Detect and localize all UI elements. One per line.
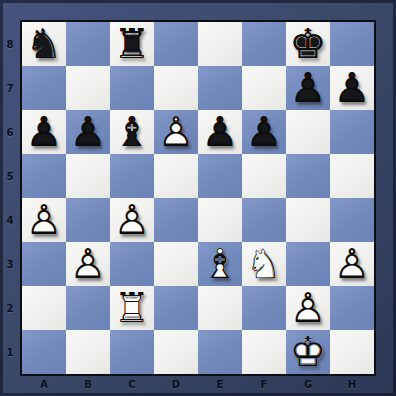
white-pawn-glyph: ♟: [22, 198, 66, 242]
rank-label-5: 5: [0, 154, 20, 198]
black-king-glyph: ♚: [286, 22, 330, 66]
piece-black-pawn-f6[interactable]: ♟♙: [242, 110, 286, 154]
black-king-outline-glyph: ♔: [286, 22, 330, 66]
square-f1[interactable]: [242, 330, 286, 374]
square-a4[interactable]: ♟♙: [22, 198, 66, 242]
black-pawn-outline-glyph: ♙: [66, 110, 110, 154]
square-f4[interactable]: [242, 198, 286, 242]
square-c8[interactable]: ♜♖: [110, 22, 154, 66]
piece-white-rook-c2[interactable]: ♜♖: [110, 286, 154, 330]
square-h8[interactable]: [330, 22, 374, 66]
piece-white-pawn-h3[interactable]: ♟♙: [330, 242, 374, 286]
white-pawn-outline-glyph: ♙: [330, 242, 374, 286]
rank-label-6: 6: [0, 110, 20, 154]
square-f2[interactable]: [242, 286, 286, 330]
square-b8[interactable]: [66, 22, 110, 66]
white-rook-glyph: ♜: [110, 286, 154, 330]
piece-black-pawn-h7[interactable]: ♟♙: [330, 66, 374, 110]
square-d1[interactable]: [154, 330, 198, 374]
rank-label-4: 4: [0, 198, 20, 242]
white-pawn-outline-glyph: ♙: [66, 242, 110, 286]
rank-label-1: 1: [0, 330, 20, 374]
square-g2[interactable]: ♟♙: [286, 286, 330, 330]
square-h2[interactable]: [330, 286, 374, 330]
black-pawn-glyph: ♟: [286, 66, 330, 110]
black-pawn-glyph: ♟: [242, 110, 286, 154]
square-h1[interactable]: [330, 330, 374, 374]
file-label-e: E: [198, 375, 242, 394]
white-bishop-outline-glyph: ♗: [198, 242, 242, 286]
square-e1[interactable]: [198, 330, 242, 374]
file-label-d: D: [154, 375, 198, 394]
square-a3[interactable]: [22, 242, 66, 286]
white-king-glyph: ♚: [286, 330, 330, 374]
square-d3[interactable]: [154, 242, 198, 286]
white-pawn-outline-glyph: ♙: [22, 198, 66, 242]
white-pawn-glyph: ♟: [330, 242, 374, 286]
square-a1[interactable]: [22, 330, 66, 374]
square-e7[interactable]: [198, 66, 242, 110]
piece-black-pawn-e6[interactable]: ♟♙: [198, 110, 242, 154]
square-e2[interactable]: [198, 286, 242, 330]
square-b1[interactable]: [66, 330, 110, 374]
square-g6[interactable]: [286, 110, 330, 154]
black-rook-outline-glyph: ♖: [110, 22, 154, 66]
piece-white-pawn-c4[interactable]: ♟♙: [110, 198, 154, 242]
white-king-outline-glyph: ♔: [286, 330, 330, 374]
square-b4[interactable]: [66, 198, 110, 242]
square-d8[interactable]: [154, 22, 198, 66]
board-frame: ♞♘♜♖♚♔♟♙♟♙♟♙♟♙♝♗♟♙♟♙♟♙♟♙♟♙♟♙♝♗♞♘♟♙♜♖♟♙♚♔…: [0, 0, 396, 396]
square-c2[interactable]: ♜♖: [110, 286, 154, 330]
piece-white-pawn-b3[interactable]: ♟♙: [66, 242, 110, 286]
square-b3[interactable]: ♟♙: [66, 242, 110, 286]
black-bishop-outline-glyph: ♗: [110, 110, 154, 154]
square-c5[interactable]: [110, 154, 154, 198]
square-c7[interactable]: [110, 66, 154, 110]
square-f5[interactable]: [242, 154, 286, 198]
square-e4[interactable]: [198, 198, 242, 242]
black-pawn-glyph: ♟: [22, 110, 66, 154]
white-pawn-glyph: ♟: [110, 198, 154, 242]
file-label-g: G: [286, 375, 330, 394]
square-c1[interactable]: [110, 330, 154, 374]
black-pawn-glyph: ♟: [330, 66, 374, 110]
square-d5[interactable]: [154, 154, 198, 198]
square-h6[interactable]: [330, 110, 374, 154]
square-c4[interactable]: ♟♙: [110, 198, 154, 242]
file-label-h: H: [330, 375, 374, 394]
square-a6[interactable]: ♟♙: [22, 110, 66, 154]
rank-label-7: 7: [0, 66, 20, 110]
white-pawn-outline-glyph: ♙: [286, 286, 330, 330]
piece-black-pawn-a6[interactable]: ♟♙: [22, 110, 66, 154]
piece-white-bishop-e3[interactable]: ♝♗: [198, 242, 242, 286]
black-bishop-glyph: ♝: [110, 110, 154, 154]
square-e5[interactable]: [198, 154, 242, 198]
piece-white-pawn-a4[interactable]: ♟♙: [22, 198, 66, 242]
square-d2[interactable]: [154, 286, 198, 330]
square-b7[interactable]: [66, 66, 110, 110]
piece-white-king-g1[interactable]: ♚♔: [286, 330, 330, 374]
rank-label-3: 3: [0, 242, 20, 286]
square-f6[interactable]: ♟♙: [242, 110, 286, 154]
square-f7[interactable]: [242, 66, 286, 110]
square-g3[interactable]: [286, 242, 330, 286]
square-g1[interactable]: ♚♔: [286, 330, 330, 374]
piece-white-pawn-g2[interactable]: ♟♙: [286, 286, 330, 330]
piece-black-pawn-g7[interactable]: ♟♙: [286, 66, 330, 110]
square-c3[interactable]: [110, 242, 154, 286]
square-f8[interactable]: [242, 22, 286, 66]
square-b2[interactable]: [66, 286, 110, 330]
square-g8[interactable]: ♚♔: [286, 22, 330, 66]
square-b5[interactable]: [66, 154, 110, 198]
rank-label-2: 2: [0, 286, 20, 330]
board: ♞♘♜♖♚♔♟♙♟♙♟♙♟♙♝♗♟♙♟♙♟♙♟♙♟♙♟♙♝♗♞♘♟♙♜♖♟♙♚♔: [22, 22, 374, 374]
black-pawn-glyph: ♟: [198, 110, 242, 154]
black-pawn-outline-glyph: ♙: [286, 66, 330, 110]
black-rook-glyph: ♜: [110, 22, 154, 66]
piece-black-bishop-c6[interactable]: ♝♗: [110, 110, 154, 154]
black-pawn-outline-glyph: ♙: [198, 110, 242, 154]
square-a7[interactable]: [22, 66, 66, 110]
piece-black-knight-a8[interactable]: ♞♘: [22, 22, 66, 66]
square-g4[interactable]: [286, 198, 330, 242]
black-pawn-outline-glyph: ♙: [242, 110, 286, 154]
square-e3[interactable]: ♝♗: [198, 242, 242, 286]
square-h4[interactable]: [330, 198, 374, 242]
black-knight-glyph: ♞: [22, 22, 66, 66]
white-pawn-glyph: ♟: [286, 286, 330, 330]
white-pawn-glyph: ♟: [66, 242, 110, 286]
white-pawn-outline-glyph: ♙: [154, 110, 198, 154]
white-bishop-glyph: ♝: [198, 242, 242, 286]
square-b6[interactable]: ♟♙: [66, 110, 110, 154]
square-a5[interactable]: [22, 154, 66, 198]
square-d7[interactable]: [154, 66, 198, 110]
file-label-b: B: [66, 375, 110, 394]
file-label-c: C: [110, 375, 154, 394]
piece-white-knight-f3[interactable]: ♞♘: [242, 242, 286, 286]
square-f3[interactable]: ♞♘: [242, 242, 286, 286]
square-h3[interactable]: ♟♙: [330, 242, 374, 286]
square-a8[interactable]: ♞♘: [22, 22, 66, 66]
white-pawn-glyph: ♟: [154, 110, 198, 154]
piece-black-king-g8[interactable]: ♚♔: [286, 22, 330, 66]
rank-label-8: 8: [0, 22, 20, 66]
white-knight-glyph: ♞: [242, 242, 286, 286]
black-pawn-outline-glyph: ♙: [22, 110, 66, 154]
file-label-a: A: [22, 375, 66, 394]
square-h7[interactable]: ♟♙: [330, 66, 374, 110]
piece-black-pawn-b6[interactable]: ♟♙: [66, 110, 110, 154]
square-e6[interactable]: ♟♙: [198, 110, 242, 154]
piece-black-rook-c8[interactable]: ♜♖: [110, 22, 154, 66]
square-d6[interactable]: ♟♙: [154, 110, 198, 154]
white-pawn-outline-glyph: ♙: [110, 198, 154, 242]
square-h5[interactable]: [330, 154, 374, 198]
piece-white-pawn-d6[interactable]: ♟♙: [154, 110, 198, 154]
white-rook-outline-glyph: ♖: [110, 286, 154, 330]
white-knight-outline-glyph: ♘: [242, 242, 286, 286]
square-g5[interactable]: [286, 154, 330, 198]
square-c6[interactable]: ♝♗: [110, 110, 154, 154]
square-e8[interactable]: [198, 22, 242, 66]
square-d4[interactable]: [154, 198, 198, 242]
square-a2[interactable]: [22, 286, 66, 330]
square-g7[interactable]: ♟♙: [286, 66, 330, 110]
black-pawn-glyph: ♟: [66, 110, 110, 154]
file-label-f: F: [242, 375, 286, 394]
black-pawn-outline-glyph: ♙: [330, 66, 374, 110]
black-knight-outline-glyph: ♘: [22, 22, 66, 66]
